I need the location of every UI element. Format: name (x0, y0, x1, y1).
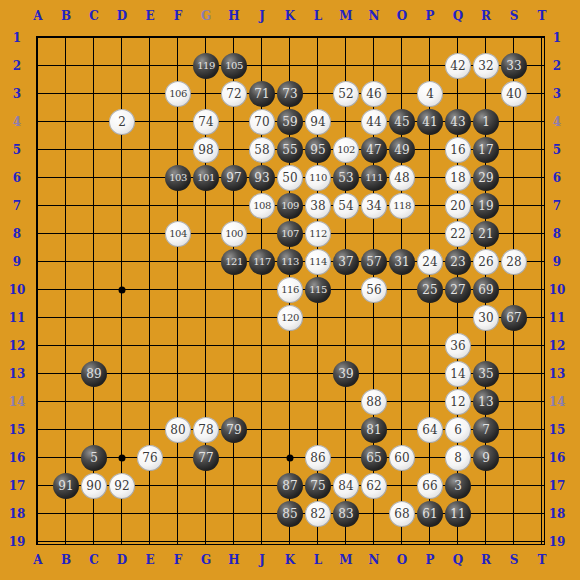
intersection[interactable]: 1 (472, 108, 500, 136)
intersection[interactable] (192, 220, 220, 248)
intersection[interactable] (248, 416, 276, 444)
intersection[interactable] (24, 80, 52, 108)
intersection[interactable] (304, 388, 332, 416)
intersection[interactable] (164, 24, 192, 52)
intersection[interactable]: 27 (444, 276, 472, 304)
intersection[interactable]: 19 (472, 192, 500, 220)
intersection[interactable] (52, 108, 80, 136)
intersection[interactable] (332, 444, 360, 472)
intersection[interactable] (52, 444, 80, 472)
intersection[interactable] (276, 360, 304, 388)
intersection[interactable] (164, 108, 192, 136)
intersection[interactable] (248, 276, 276, 304)
intersection[interactable]: 39 (332, 360, 360, 388)
intersection[interactable] (472, 80, 500, 108)
intersection[interactable] (136, 416, 164, 444)
intersection[interactable] (24, 248, 52, 276)
intersection[interactable] (108, 80, 136, 108)
intersection[interactable] (304, 80, 332, 108)
intersection[interactable] (388, 332, 416, 360)
intersection[interactable]: 53 (332, 164, 360, 192)
intersection[interactable] (332, 220, 360, 248)
intersection[interactable]: 13 (472, 388, 500, 416)
intersection[interactable] (52, 416, 80, 444)
intersection[interactable]: 48 (388, 164, 416, 192)
intersection[interactable] (108, 52, 136, 80)
intersection[interactable] (108, 500, 136, 528)
intersection[interactable] (80, 136, 108, 164)
intersection[interactable] (528, 332, 556, 360)
intersection[interactable]: 97 (220, 164, 248, 192)
intersection[interactable]: 28 (500, 248, 528, 276)
intersection[interactable] (52, 276, 80, 304)
intersection[interactable]: 71 (248, 80, 276, 108)
intersection[interactable] (416, 332, 444, 360)
intersection[interactable] (248, 332, 276, 360)
intersection[interactable] (108, 416, 136, 444)
intersection[interactable] (444, 80, 472, 108)
intersection[interactable] (192, 360, 220, 388)
intersection[interactable] (192, 24, 220, 52)
intersection[interactable]: 3 (444, 472, 472, 500)
intersection[interactable] (528, 52, 556, 80)
intersection[interactable] (360, 360, 388, 388)
intersection[interactable]: 103 (164, 164, 192, 192)
intersection[interactable] (80, 108, 108, 136)
intersection[interactable] (192, 192, 220, 220)
intersection[interactable] (80, 276, 108, 304)
intersection[interactable] (192, 276, 220, 304)
intersection[interactable]: 116 (276, 276, 304, 304)
intersection[interactable] (24, 332, 52, 360)
intersection[interactable]: 90 (80, 472, 108, 500)
intersection[interactable]: 111 (360, 164, 388, 192)
intersection[interactable] (220, 192, 248, 220)
intersection[interactable] (136, 276, 164, 304)
intersection[interactable]: 86 (304, 444, 332, 472)
intersection[interactable]: 60 (388, 444, 416, 472)
intersection[interactable] (80, 220, 108, 248)
intersection[interactable] (276, 24, 304, 52)
intersection[interactable] (304, 416, 332, 444)
intersection[interactable]: 44 (360, 108, 388, 136)
intersection[interactable] (472, 332, 500, 360)
intersection[interactable] (24, 136, 52, 164)
intersection[interactable]: 118 (388, 192, 416, 220)
intersection[interactable] (304, 528, 332, 556)
intersection[interactable] (220, 388, 248, 416)
intersection[interactable] (80, 416, 108, 444)
intersection[interactable] (528, 276, 556, 304)
intersection[interactable] (192, 528, 220, 556)
intersection[interactable] (52, 360, 80, 388)
intersection[interactable]: 20 (444, 192, 472, 220)
intersection[interactable]: 55 (276, 136, 304, 164)
intersection[interactable] (24, 276, 52, 304)
intersection[interactable] (136, 108, 164, 136)
intersection[interactable]: 76 (136, 444, 164, 472)
intersection[interactable] (500, 136, 528, 164)
intersection[interactable] (192, 248, 220, 276)
intersection[interactable] (248, 444, 276, 472)
intersection[interactable] (528, 360, 556, 388)
intersection[interactable] (248, 528, 276, 556)
intersection[interactable]: 45 (388, 108, 416, 136)
intersection[interactable] (52, 332, 80, 360)
intersection[interactable]: 106 (164, 80, 192, 108)
intersection[interactable] (80, 248, 108, 276)
intersection[interactable] (164, 304, 192, 332)
intersection[interactable]: 8 (444, 444, 472, 472)
intersection[interactable] (220, 276, 248, 304)
intersection[interactable] (500, 472, 528, 500)
intersection[interactable]: 98 (192, 136, 220, 164)
intersection[interactable] (164, 332, 192, 360)
intersection[interactable] (388, 472, 416, 500)
intersection[interactable] (276, 416, 304, 444)
intersection[interactable] (108, 360, 136, 388)
intersection[interactable] (388, 528, 416, 556)
intersection[interactable]: 121 (220, 248, 248, 276)
intersection[interactable] (52, 192, 80, 220)
intersection[interactable] (164, 52, 192, 80)
intersection[interactable]: 64 (416, 416, 444, 444)
go-board[interactable]: 1191054232331067271735246440274705994444… (24, 24, 556, 556)
intersection[interactable] (164, 444, 192, 472)
intersection[interactable]: 102 (332, 136, 360, 164)
intersection[interactable]: 66 (416, 472, 444, 500)
intersection[interactable] (388, 24, 416, 52)
intersection[interactable] (136, 248, 164, 276)
intersection[interactable]: 83 (332, 500, 360, 528)
intersection[interactable] (360, 528, 388, 556)
intersection[interactable] (388, 220, 416, 248)
intersection[interactable] (276, 444, 304, 472)
intersection[interactable] (332, 304, 360, 332)
intersection[interactable]: 12 (444, 388, 472, 416)
intersection[interactable] (416, 388, 444, 416)
intersection[interactable]: 85 (276, 500, 304, 528)
intersection[interactable] (332, 332, 360, 360)
intersection[interactable] (108, 528, 136, 556)
intersection[interactable]: 23 (444, 248, 472, 276)
intersection[interactable] (52, 24, 80, 52)
intersection[interactable]: 57 (360, 248, 388, 276)
intersection[interactable]: 6 (444, 416, 472, 444)
intersection[interactable]: 2 (108, 108, 136, 136)
intersection[interactable] (24, 472, 52, 500)
intersection[interactable] (388, 80, 416, 108)
intersection[interactable] (248, 388, 276, 416)
intersection[interactable] (360, 24, 388, 52)
intersection[interactable] (192, 472, 220, 500)
intersection[interactable] (444, 528, 472, 556)
intersection[interactable] (304, 360, 332, 388)
intersection[interactable] (248, 24, 276, 52)
intersection[interactable] (528, 136, 556, 164)
intersection[interactable]: 68 (388, 500, 416, 528)
intersection[interactable]: 43 (444, 108, 472, 136)
intersection[interactable]: 59 (276, 108, 304, 136)
intersection[interactable] (24, 360, 52, 388)
intersection[interactable]: 62 (360, 472, 388, 500)
intersection[interactable]: 50 (276, 164, 304, 192)
intersection[interactable]: 42 (444, 52, 472, 80)
intersection[interactable] (164, 248, 192, 276)
intersection[interactable] (80, 192, 108, 220)
intersection[interactable] (416, 136, 444, 164)
intersection[interactable] (24, 164, 52, 192)
intersection[interactable] (388, 304, 416, 332)
intersection[interactable]: 67 (500, 304, 528, 332)
intersection[interactable]: 92 (108, 472, 136, 500)
intersection[interactable] (500, 444, 528, 472)
intersection[interactable] (248, 52, 276, 80)
intersection[interactable] (304, 304, 332, 332)
intersection[interactable]: 105 (220, 52, 248, 80)
intersection[interactable]: 79 (220, 416, 248, 444)
intersection[interactable]: 36 (444, 332, 472, 360)
intersection[interactable] (108, 388, 136, 416)
intersection[interactable] (164, 360, 192, 388)
intersection[interactable] (220, 108, 248, 136)
intersection[interactable] (500, 528, 528, 556)
intersection[interactable]: 18 (444, 164, 472, 192)
intersection[interactable] (52, 388, 80, 416)
intersection[interactable] (220, 444, 248, 472)
intersection[interactable] (360, 220, 388, 248)
intersection[interactable] (528, 24, 556, 52)
intersection[interactable] (276, 52, 304, 80)
intersection[interactable]: 80 (164, 416, 192, 444)
intersection[interactable] (248, 220, 276, 248)
intersection[interactable] (24, 416, 52, 444)
intersection[interactable] (528, 444, 556, 472)
intersection[interactable] (108, 164, 136, 192)
intersection[interactable]: 87 (276, 472, 304, 500)
intersection[interactable] (220, 136, 248, 164)
intersection[interactable]: 61 (416, 500, 444, 528)
intersection[interactable] (220, 472, 248, 500)
intersection[interactable] (500, 108, 528, 136)
intersection[interactable]: 34 (360, 192, 388, 220)
intersection[interactable] (192, 80, 220, 108)
intersection[interactable]: 101 (192, 164, 220, 192)
intersection[interactable] (528, 388, 556, 416)
intersection[interactable] (24, 220, 52, 248)
intersection[interactable] (416, 360, 444, 388)
intersection[interactable] (276, 388, 304, 416)
intersection[interactable] (528, 416, 556, 444)
intersection[interactable] (528, 248, 556, 276)
intersection[interactable] (220, 304, 248, 332)
intersection[interactable] (500, 332, 528, 360)
intersection[interactable]: 84 (332, 472, 360, 500)
intersection[interactable] (80, 52, 108, 80)
intersection[interactable] (52, 80, 80, 108)
intersection[interactable] (304, 52, 332, 80)
intersection[interactable] (80, 388, 108, 416)
intersection[interactable]: 30 (472, 304, 500, 332)
intersection[interactable] (500, 220, 528, 248)
intersection[interactable] (304, 332, 332, 360)
intersection[interactable] (528, 472, 556, 500)
intersection[interactable] (164, 136, 192, 164)
intersection[interactable]: 93 (248, 164, 276, 192)
intersection[interactable] (24, 52, 52, 80)
intersection[interactable]: 65 (360, 444, 388, 472)
intersection[interactable] (24, 108, 52, 136)
intersection[interactable] (24, 304, 52, 332)
intersection[interactable] (332, 388, 360, 416)
intersection[interactable] (360, 500, 388, 528)
intersection[interactable]: 21 (472, 220, 500, 248)
intersection[interactable]: 41 (416, 108, 444, 136)
intersection[interactable]: 108 (248, 192, 276, 220)
intersection[interactable]: 56 (360, 276, 388, 304)
intersection[interactable] (192, 304, 220, 332)
intersection[interactable] (136, 332, 164, 360)
intersection[interactable] (276, 332, 304, 360)
intersection[interactable] (24, 192, 52, 220)
intersection[interactable] (136, 472, 164, 500)
intersection[interactable] (416, 304, 444, 332)
intersection[interactable] (332, 416, 360, 444)
intersection[interactable]: 31 (388, 248, 416, 276)
intersection[interactable] (24, 444, 52, 472)
intersection[interactable] (416, 528, 444, 556)
intersection[interactable]: 109 (276, 192, 304, 220)
intersection[interactable]: 115 (304, 276, 332, 304)
intersection[interactable] (360, 332, 388, 360)
intersection[interactable]: 37 (332, 248, 360, 276)
intersection[interactable] (136, 220, 164, 248)
intersection[interactable] (52, 500, 80, 528)
intersection[interactable] (388, 416, 416, 444)
intersection[interactable] (500, 192, 528, 220)
intersection[interactable] (220, 360, 248, 388)
intersection[interactable] (164, 472, 192, 500)
intersection[interactable]: 32 (472, 52, 500, 80)
intersection[interactable]: 112 (304, 220, 332, 248)
intersection[interactable] (528, 192, 556, 220)
intersection[interactable] (444, 24, 472, 52)
intersection[interactable]: 72 (220, 80, 248, 108)
intersection[interactable] (472, 528, 500, 556)
intersection[interactable] (80, 332, 108, 360)
intersection[interactable]: 88 (360, 388, 388, 416)
intersection[interactable] (80, 528, 108, 556)
intersection[interactable]: 73 (276, 80, 304, 108)
intersection[interactable] (416, 192, 444, 220)
intersection[interactable] (500, 360, 528, 388)
intersection[interactable] (220, 528, 248, 556)
intersection[interactable] (500, 24, 528, 52)
intersection[interactable] (52, 52, 80, 80)
intersection[interactable] (528, 220, 556, 248)
intersection[interactable]: 25 (416, 276, 444, 304)
intersection[interactable]: 22 (444, 220, 472, 248)
intersection[interactable]: 81 (360, 416, 388, 444)
intersection[interactable] (444, 304, 472, 332)
intersection[interactable]: 58 (248, 136, 276, 164)
intersection[interactable] (136, 304, 164, 332)
intersection[interactable] (248, 472, 276, 500)
intersection[interactable] (136, 164, 164, 192)
intersection[interactable] (136, 192, 164, 220)
intersection[interactable] (136, 52, 164, 80)
intersection[interactable] (52, 164, 80, 192)
intersection[interactable] (500, 500, 528, 528)
intersection[interactable] (24, 388, 52, 416)
intersection[interactable] (108, 248, 136, 276)
intersection[interactable] (192, 388, 220, 416)
intersection[interactable] (136, 528, 164, 556)
intersection[interactable]: 16 (444, 136, 472, 164)
intersection[interactable] (528, 500, 556, 528)
intersection[interactable] (80, 80, 108, 108)
intersection[interactable] (528, 80, 556, 108)
intersection[interactable]: 69 (472, 276, 500, 304)
intersection[interactable] (136, 500, 164, 528)
intersection[interactable] (388, 388, 416, 416)
intersection[interactable]: 49 (388, 136, 416, 164)
intersection[interactable] (332, 24, 360, 52)
intersection[interactable]: 4 (416, 80, 444, 108)
intersection[interactable] (52, 528, 80, 556)
intersection[interactable] (108, 24, 136, 52)
intersection[interactable] (500, 388, 528, 416)
intersection[interactable]: 107 (276, 220, 304, 248)
intersection[interactable] (360, 52, 388, 80)
intersection[interactable] (164, 388, 192, 416)
intersection[interactable] (136, 388, 164, 416)
intersection[interactable] (472, 472, 500, 500)
intersection[interactable]: 54 (332, 192, 360, 220)
intersection[interactable] (108, 136, 136, 164)
intersection[interactable]: 75 (304, 472, 332, 500)
intersection[interactable] (220, 500, 248, 528)
intersection[interactable]: 24 (416, 248, 444, 276)
intersection[interactable] (52, 220, 80, 248)
intersection[interactable] (304, 24, 332, 52)
intersection[interactable] (248, 360, 276, 388)
intersection[interactable] (164, 276, 192, 304)
intersection[interactable] (388, 360, 416, 388)
intersection[interactable]: 77 (192, 444, 220, 472)
intersection[interactable]: 26 (472, 248, 500, 276)
intersection[interactable] (108, 444, 136, 472)
intersection[interactable]: 91 (52, 472, 80, 500)
intersection[interactable] (80, 304, 108, 332)
intersection[interactable] (136, 360, 164, 388)
intersection[interactable] (500, 164, 528, 192)
intersection[interactable]: 40 (500, 80, 528, 108)
intersection[interactable] (164, 500, 192, 528)
intersection[interactable]: 110 (304, 164, 332, 192)
intersection[interactable]: 94 (304, 108, 332, 136)
intersection[interactable] (416, 24, 444, 52)
intersection[interactable] (528, 164, 556, 192)
intersection[interactable] (136, 24, 164, 52)
intersection[interactable] (220, 24, 248, 52)
intersection[interactable]: 120 (276, 304, 304, 332)
intersection[interactable] (332, 108, 360, 136)
intersection[interactable] (164, 192, 192, 220)
intersection[interactable]: 33 (500, 52, 528, 80)
intersection[interactable]: 78 (192, 416, 220, 444)
intersection[interactable]: 7 (472, 416, 500, 444)
